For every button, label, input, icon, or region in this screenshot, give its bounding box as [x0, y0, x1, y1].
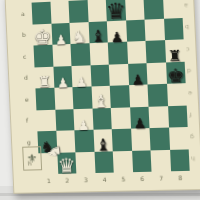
square-d4[interactable] — [90, 64, 110, 86]
square-g5[interactable] — [112, 129, 132, 151]
square-e7[interactable] — [148, 84, 168, 106]
file-label-right-a: a — [184, 2, 188, 9]
file-label-right-h: h — [191, 156, 195, 163]
black-pawn-f6[interactable]: ♟ — [130, 106, 150, 128]
white-pawn-d2[interactable]: ♟ — [53, 66, 73, 88]
square-b7[interactable] — [145, 18, 165, 41]
file-label-left-e: e — [25, 95, 29, 102]
black-queen-a5[interactable]: ♛ — [106, 0, 126, 21]
square-g8[interactable] — [169, 127, 189, 149]
rank-label-bottom-8: 8 — [178, 174, 182, 181]
file-label-right-g: g — [190, 134, 194, 141]
square-a3[interactable] — [68, 0, 88, 22]
white-pawn-b2[interactable]: ♟ — [51, 22, 70, 44]
rank-label-bottom-5: 5 — [121, 175, 125, 182]
file-label-right-b: b — [185, 24, 189, 31]
square-b6[interactable] — [126, 19, 146, 42]
rank-label-bottom-6: 6 — [140, 175, 144, 182]
square-h8[interactable] — [170, 149, 190, 171]
tipped-white-knight-g1-h1[interactable]: ♞ — [44, 138, 63, 160]
photo-stage: ♚♟♞♜♟♟♝♟♛♛♝♟♜♚♟♟♝♞♞ ⚜ aabbccddeeffgghh12… — [0, 0, 200, 200]
square-a1[interactable] — [32, 2, 51, 24]
black-bishop-b4[interactable]: ♝ — [88, 21, 108, 43]
file-label-right-c: c — [186, 46, 190, 53]
square-f1[interactable] — [36, 109, 55, 131]
square-a4[interactable] — [87, 0, 107, 22]
file-label-right-f: f — [189, 112, 192, 119]
square-a7[interactable] — [144, 0, 164, 19]
black-pawn-b5[interactable]: ♟ — [107, 20, 127, 42]
rank-label-bottom-7: 7 — [159, 175, 163, 182]
file-label-left-c: c — [23, 53, 27, 60]
white-pawn-f3[interactable]: ♟ — [73, 108, 93, 130]
file-label-left-b: b — [22, 31, 26, 38]
file-label-right-e: e — [188, 90, 192, 97]
black-rook-c8[interactable]: ♜ — [165, 39, 185, 62]
square-g7[interactable] — [150, 128, 170, 150]
white-pawn-d3[interactable]: ♟ — [71, 65, 91, 87]
file-label-left-h: h — [28, 160, 32, 167]
file-label-left-d: d — [24, 74, 28, 81]
white-bishop-e4[interactable]: ♝ — [91, 86, 111, 108]
file-label-right-d: d — [187, 68, 191, 75]
square-a6[interactable] — [125, 0, 145, 20]
square-h6[interactable] — [132, 150, 152, 172]
square-h7[interactable] — [151, 149, 171, 171]
square-h5[interactable] — [113, 150, 133, 172]
square-a8[interactable] — [162, 0, 182, 18]
square-f2[interactable] — [55, 109, 75, 131]
square-f7[interactable] — [149, 106, 169, 128]
rank-label-bottom-1: 1 — [47, 177, 51, 184]
square-h3[interactable] — [75, 151, 95, 173]
square-c6[interactable] — [127, 41, 147, 64]
square-d7[interactable] — [147, 62, 167, 85]
board-grid: ♚♟♞♜♟♟♝♟♛♛♝♟♜♚♟♟♝♞♞ — [32, 0, 190, 174]
black-pawn-d6[interactable]: ♟ — [128, 63, 148, 85]
square-a2[interactable] — [50, 1, 69, 23]
square-f5[interactable] — [111, 107, 131, 129]
black-bishop-g4[interactable]: ♝ — [93, 129, 113, 151]
file-label-left-f: f — [26, 117, 28, 124]
file-label-left-a: a — [21, 10, 25, 17]
white-rook-d1[interactable]: ♜ — [34, 66, 53, 88]
square-c7[interactable] — [146, 40, 166, 63]
file-label-left-g: g — [27, 138, 31, 145]
rank-label-bottom-4: 4 — [102, 176, 106, 183]
square-e5[interactable] — [110, 85, 130, 107]
square-b8[interactable] — [164, 17, 184, 40]
square-f8[interactable] — [168, 105, 188, 127]
white-king-b1[interactable]: ♚ — [33, 23, 52, 45]
chess-board: ♚♟♞♜♟♟♝♟♛♛♝♟♜♚♟♟♝♞♞ ⚜ aabbccddeeffgghh12… — [4, 0, 200, 194]
white-knight-b3[interactable]: ♞ — [69, 22, 89, 44]
square-d5[interactable] — [109, 63, 129, 85]
black-king-d8[interactable]: ♚ — [166, 61, 186, 84]
rank-label-bottom-3: 3 — [84, 176, 88, 183]
